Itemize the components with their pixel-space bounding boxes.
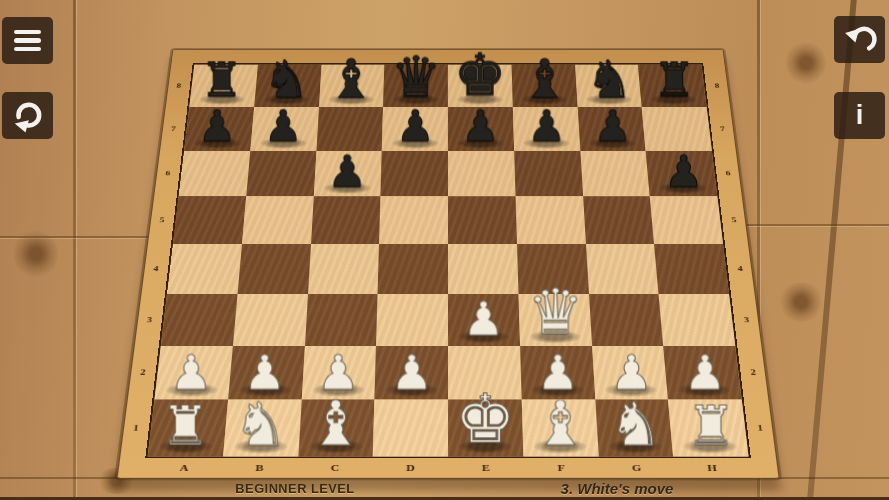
square-e7[interactable]: ♟ [448,107,514,151]
wood-knot [778,282,824,322]
file-label-a: A [145,459,222,477]
square-g4[interactable] [586,244,659,294]
square-h5[interactable] [650,196,723,244]
rank-label-2: 2 [739,346,767,400]
file-label-d: D [372,459,448,477]
file-labels: ABCDEFGH [145,459,751,477]
chessboard: ♜♞♝♛♚♝♞♜♟♟♟♟♟♟♟♟♟♛♟♟♟♟♟♟♟♜♞♝♚♝♞♜ ABCDEFG… [116,49,779,479]
black-queen-d8[interactable]: ♛ [390,50,441,104]
square-c3[interactable] [304,294,377,346]
black-rook-h8[interactable]: ♜ [653,59,695,104]
file-label-b: B [221,459,298,477]
wood-knot [786,40,826,86]
chessboard-scene: ♜♞♝♛♚♝♞♜♟♟♟♟♟♟♟♟♟♛♟♟♟♟♟♟♟♜♞♝♚♝♞♜ ABCDEFG… [147,0,747,500]
square-g3[interactable] [588,294,663,346]
square-f7[interactable]: ♟ [513,107,580,151]
black-pawn-h6[interactable]: ♟ [664,151,703,193]
white-pawn-d2[interactable]: ♟ [390,350,433,396]
white-bishop-c1[interactable]: ♝ [308,393,364,452]
rank-label-1: 1 [746,400,775,457]
square-a6[interactable] [179,151,250,197]
white-pawn-a2[interactable]: ♟ [170,350,213,396]
square-f5[interactable] [515,196,585,244]
white-pawn-h2[interactable]: ♟ [683,350,726,396]
square-c6[interactable]: ♟ [313,151,382,197]
info-button[interactable]: i [834,92,885,139]
black-bishop-f8[interactable]: ♝ [521,53,569,104]
square-d7[interactable]: ♟ [382,107,448,151]
move-indicator: 3. White's move [492,480,742,497]
square-e6[interactable] [448,151,515,197]
file-label-f: F [523,459,599,477]
square-d2[interactable]: ♟ [375,346,448,400]
black-pawn-d7[interactable]: ♟ [396,106,435,147]
black-pawn-b7[interactable]: ♟ [264,106,303,147]
black-rook-a8[interactable]: ♜ [201,59,243,104]
rank-label-3: 3 [733,294,760,346]
square-e4[interactable] [448,244,518,294]
square-a1[interactable]: ♜ [148,400,228,457]
board-squares: ♜♞♝♛♚♝♞♜♟♟♟♟♟♟♟♟♟♛♟♟♟♟♟♟♟♜♞♝♚♝♞♜ [145,63,751,458]
square-c5[interactable] [311,196,381,244]
square-d5[interactable] [379,196,448,244]
undo-arrow-icon [840,21,880,59]
hamburger-icon [14,30,41,52]
square-h3[interactable] [659,294,735,346]
square-d4[interactable] [378,244,448,294]
rank-label-8: 8 [167,65,191,107]
white-bishop-f1[interactable]: ♝ [533,393,589,452]
file-label-g: G [598,459,675,477]
square-c4[interactable] [308,244,380,294]
black-knight-b8[interactable]: ♞ [263,55,309,104]
plank-joint [740,224,889,226]
restart-button[interactable] [2,92,53,139]
square-a5[interactable] [173,196,246,244]
file-label-h: H [674,459,751,477]
file-label-e: E [448,459,524,477]
square-d1[interactable] [373,400,448,457]
square-g1[interactable]: ♞ [595,400,674,457]
rank-label-4: 4 [727,244,753,294]
plank-seam [73,0,76,500]
square-h7[interactable] [642,107,712,151]
rank-label-5: 5 [721,196,747,244]
white-rook-h1[interactable]: ♜ [686,400,735,452]
square-h8[interactable]: ♜ [638,65,706,107]
square-h6[interactable]: ♟ [646,151,717,197]
square-b6[interactable] [246,151,316,197]
file-label-c: C [297,459,373,477]
square-b7[interactable]: ♟ [250,107,319,151]
black-bishop-c8[interactable]: ♝ [327,53,375,104]
square-f6[interactable] [514,151,583,197]
square-h2[interactable]: ♟ [663,346,741,400]
square-g6[interactable] [580,151,650,197]
undo-button[interactable] [834,16,885,63]
white-queen-f3[interactable]: ♛ [528,282,584,341]
black-pawn-g7[interactable]: ♟ [593,106,632,147]
white-knight-b1[interactable]: ♞ [234,395,288,452]
square-b5[interactable] [242,196,314,244]
square-c1[interactable]: ♝ [298,400,375,457]
rank-label-8: 8 [705,65,729,107]
menu-button[interactable] [2,17,53,64]
black-pawn-e7[interactable]: ♟ [462,106,501,147]
square-c7[interactable] [316,107,383,151]
square-f3[interactable]: ♛ [518,294,591,346]
rank-label-6: 6 [716,151,741,197]
square-h1[interactable]: ♜ [668,400,748,457]
square-a4[interactable] [167,244,242,294]
square-a3[interactable] [161,294,237,346]
circular-arrow-icon [8,97,48,135]
square-e5[interactable] [448,196,517,244]
square-a2[interactable]: ♟ [154,346,232,400]
square-c8[interactable]: ♝ [319,65,385,107]
rank-label-7: 7 [710,107,735,151]
black-king-e8[interactable]: ♚ [454,48,506,103]
black-knight-g8[interactable]: ♞ [586,55,632,104]
square-b4[interactable] [237,244,310,294]
white-king-e1[interactable]: ♚ [455,388,516,452]
square-f1[interactable]: ♝ [521,400,598,457]
white-rook-a1[interactable]: ♜ [161,400,210,452]
square-d3[interactable] [376,294,448,346]
info-icon: i [856,102,864,129]
black-pawn-c6[interactable]: ♟ [327,151,366,193]
square-e1[interactable]: ♚ [448,400,523,457]
level-label: BEGINNER LEVEL [167,481,424,496]
white-pawn-e3[interactable]: ♟ [463,297,505,342]
square-h4[interactable] [654,244,729,294]
square-g5[interactable] [583,196,655,244]
square-b1[interactable]: ♞ [223,400,301,457]
black-pawn-a7[interactable]: ♟ [198,106,237,147]
square-d6[interactable] [381,151,448,197]
square-g7[interactable]: ♟ [577,107,646,151]
square-a7[interactable]: ♟ [184,107,254,151]
wood-knot [14,228,58,280]
square-e3[interactable]: ♟ [448,294,520,346]
white-knight-g1[interactable]: ♞ [609,395,663,452]
square-b3[interactable] [233,294,308,346]
black-pawn-f7[interactable]: ♟ [527,106,566,147]
